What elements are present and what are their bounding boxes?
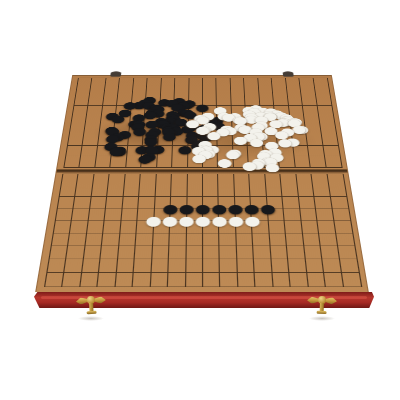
white-stone: ●	[274, 130, 290, 139]
black-stone: ●	[150, 104, 165, 113]
black-stone: ●	[132, 100, 147, 109]
black-stone: ●	[182, 99, 197, 108]
black-stone: ●	[130, 122, 146, 131]
white-stone: ●	[264, 140, 280, 150]
black-stone: ●	[110, 132, 126, 142]
white-stone: ●	[286, 118, 302, 127]
black-stone: ●	[110, 114, 126, 123]
black-stone: ●	[259, 203, 277, 214]
black-stone: ●	[178, 203, 195, 214]
white-stone: ●	[256, 150, 272, 160]
black-stone: ●	[137, 98, 152, 107]
black-stone: ●	[151, 108, 166, 117]
white-stone: ●	[233, 115, 249, 124]
white-stone: ●	[238, 124, 254, 133]
black-stone: ●	[154, 118, 170, 127]
white-stone: ●	[279, 114, 295, 123]
black-stone: ●	[165, 98, 180, 107]
black-stone: ●	[104, 125, 120, 134]
white-stone: ●	[241, 160, 257, 170]
clasp-latch-right	[307, 296, 337, 306]
black-stone: ●	[211, 203, 228, 214]
white-stone: ●	[269, 109, 285, 118]
white-stone: ●	[267, 147, 284, 157]
black-stone: ●	[204, 116, 219, 125]
white-stone: ●	[195, 215, 212, 227]
white-stone: ●	[223, 126, 239, 135]
black-stone: ●	[104, 111, 120, 120]
white-stone: ●	[195, 125, 210, 134]
white-stone: ●	[233, 135, 249, 145]
black-stone: ●	[145, 108, 160, 117]
white-stone: ●	[279, 113, 295, 122]
black-stone: ●	[142, 144, 158, 154]
white-stone: ●	[213, 106, 228, 115]
black-stone: ●	[161, 131, 177, 141]
white-stone: ●	[227, 111, 242, 120]
white-stone: ●	[145, 215, 163, 227]
black-stone: ●	[111, 145, 128, 155]
black-stone: ●	[142, 110, 158, 119]
black-stone: ●	[169, 126, 185, 135]
white-stone: ●	[250, 131, 266, 141]
black-stone: ●	[183, 110, 198, 119]
white-stone: ●	[250, 157, 267, 167]
white-stone: ●	[277, 117, 293, 126]
white-stone: ●	[198, 144, 214, 154]
black-stone: ●	[180, 124, 195, 133]
black-stone: ●	[195, 130, 210, 139]
black-stone: ●	[144, 145, 160, 155]
black-stone: ●	[195, 146, 211, 156]
white-stone: ●	[198, 139, 214, 149]
black-stone: ●	[155, 119, 171, 128]
black-stone: ●	[172, 96, 187, 105]
white-stone: ●	[263, 107, 279, 116]
black-stone: ●	[165, 124, 181, 133]
white-stone: ●	[219, 124, 235, 133]
white-stone: ●	[161, 215, 178, 227]
black-stone: ●	[165, 122, 181, 131]
product-photo-scene: ●●●●●●●●●●●●●●●●●●●●●●●●●●●●●●●●●●●●●●●●…	[0, 0, 400, 400]
white-stone: ●	[262, 112, 278, 121]
black-stone: ●	[147, 126, 163, 135]
black-stone: ●	[149, 103, 164, 112]
black-stone: ●	[195, 203, 212, 214]
white-stone: ●	[253, 115, 269, 124]
white-stone: ●	[196, 143, 212, 153]
black-stone: ●	[154, 116, 170, 125]
white-stone: ●	[242, 109, 257, 118]
white-stone: ●	[200, 111, 215, 120]
white-stone: ●	[242, 132, 258, 142]
go-board: ●●●●●●●●●●●●●●●●●●●●●●●●●●●●●●●●●●●●●●●●…	[35, 75, 369, 292]
clasp-foot-icon	[317, 311, 327, 314]
black-stone: ●	[142, 95, 157, 104]
black-stone: ●	[179, 100, 194, 109]
white-stone: ●	[197, 125, 212, 134]
black-stone: ●	[144, 119, 160, 128]
white-stone: ●	[277, 117, 293, 126]
black-stone: ●	[166, 111, 181, 120]
white-stone: ●	[268, 152, 285, 162]
black-stone: ●	[150, 144, 166, 154]
white-stone: ●	[291, 124, 307, 133]
black-stone: ●	[243, 203, 260, 214]
white-stone: ●	[191, 145, 207, 155]
black-stone: ●	[157, 97, 172, 106]
white-stone: ●	[215, 127, 231, 136]
clasp-shadow	[78, 316, 104, 321]
black-stone: ●	[111, 146, 128, 156]
white-stone: ●	[237, 124, 253, 133]
black-stone: ●	[176, 108, 191, 117]
black-stone: ●	[184, 130, 199, 139]
white-stone: ●	[293, 124, 309, 133]
white-stone: ●	[211, 215, 228, 227]
white-stone: ●	[248, 104, 263, 113]
black-stone: ●	[162, 203, 179, 214]
black-stone: ●	[117, 129, 133, 138]
white-stone: ●	[279, 127, 295, 136]
clasp-shadow	[309, 316, 335, 321]
black-stone: ●	[105, 126, 121, 135]
black-stone: ●	[137, 154, 153, 164]
white-stone: ●	[268, 119, 284, 128]
white-stone: ●	[281, 116, 297, 125]
white-stone: ●	[253, 111, 269, 120]
black-stone: ●	[180, 108, 195, 117]
black-stone: ●	[131, 113, 147, 122]
black-stone: ●	[167, 114, 182, 123]
black-stone: ●	[104, 133, 120, 143]
black-stone: ●	[163, 116, 178, 125]
black-stone: ●	[117, 108, 133, 117]
black-stone: ●	[161, 125, 177, 134]
black-stone: ●	[184, 134, 200, 144]
white-stone: ●	[262, 111, 278, 120]
black-stone: ●	[144, 129, 160, 138]
white-stone: ●	[195, 115, 210, 124]
black-stone: ●	[227, 203, 244, 214]
black-stone: ●	[103, 141, 120, 151]
white-stone: ●	[277, 137, 293, 147]
white-stone: ●	[263, 125, 279, 134]
clasp-foot-icon	[87, 311, 97, 315]
white-stone: ●	[261, 110, 277, 119]
white-stone: ●	[231, 115, 246, 124]
white-stone: ●	[248, 137, 264, 147]
white-stone: ●	[246, 107, 261, 116]
white-stone: ●	[275, 117, 291, 126]
black-stone: ●	[141, 151, 157, 161]
black-stone: ●	[122, 100, 138, 109]
black-stone: ●	[165, 110, 180, 119]
white-stone: ●	[264, 162, 281, 172]
black-stone: ●	[166, 123, 182, 132]
white-stone: ●	[244, 112, 260, 121]
black-stone: ●	[192, 138, 208, 148]
white-stone: ●	[273, 111, 289, 120]
white-stone: ●	[284, 137, 301, 147]
white-stone: ●	[191, 153, 207, 163]
white-stone: ●	[233, 122, 249, 131]
black-stone: ●	[141, 101, 156, 110]
white-stone: ●	[250, 122, 266, 131]
white-stone: ●	[262, 156, 279, 166]
white-stone: ●	[255, 106, 271, 115]
white-stone: ●	[249, 159, 266, 169]
black-stone: ●	[143, 134, 159, 144]
stones-layer: ●●●●●●●●●●●●●●●●●●●●●●●●●●●●●●●●●●●●●●●●…	[36, 76, 367, 292]
black-stone: ●	[211, 121, 226, 130]
white-stone: ●	[217, 111, 232, 120]
black-stone: ●	[134, 144, 150, 154]
black-stone: ●	[195, 124, 210, 133]
black-stone: ●	[170, 103, 185, 112]
white-stone: ●	[185, 118, 200, 127]
white-stone: ●	[260, 156, 277, 166]
white-stone: ●	[225, 149, 241, 159]
black-stone: ●	[164, 113, 179, 122]
white-stone: ●	[202, 121, 217, 130]
white-stone: ●	[244, 114, 260, 123]
black-stone: ●	[199, 132, 214, 142]
black-stone: ●	[132, 126, 148, 135]
white-stone: ●	[206, 130, 221, 139]
white-stone: ●	[253, 131, 269, 140]
white-stone: ●	[248, 127, 264, 136]
white-stone: ●	[178, 215, 195, 227]
black-stone: ●	[173, 117, 188, 126]
white-stone: ●	[287, 117, 303, 126]
black-stone: ●	[131, 119, 147, 128]
black-stone: ●	[108, 146, 125, 156]
black-stone: ●	[177, 144, 193, 154]
white-stone: ●	[227, 215, 244, 227]
black-stone: ●	[195, 103, 210, 112]
black-stone: ●	[183, 122, 198, 131]
white-stone: ●	[197, 149, 213, 159]
clasp-latch-left	[76, 296, 106, 307]
black-stone: ●	[209, 115, 224, 124]
white-stone: ●	[217, 157, 233, 167]
black-stone: ●	[161, 127, 177, 136]
white-stone: ●	[201, 148, 217, 158]
white-stone: ●	[244, 215, 262, 227]
white-stone: ●	[253, 120, 269, 129]
black-stone: ●	[190, 140, 206, 150]
white-stone: ●	[221, 112, 236, 121]
pile-shadow	[174, 123, 320, 159]
white-stone: ●	[193, 114, 208, 123]
black-stone: ●	[176, 101, 191, 110]
white-stone: ●	[227, 148, 243, 158]
black-stone: ●	[160, 122, 176, 131]
black-stone: ●	[127, 119, 143, 128]
white-stone: ●	[205, 144, 221, 154]
white-stone: ●	[257, 148, 273, 158]
white-stone: ●	[241, 105, 256, 114]
white-stone: ●	[281, 115, 297, 124]
pile-shadow	[90, 116, 231, 152]
black-stone: ●	[143, 136, 159, 146]
